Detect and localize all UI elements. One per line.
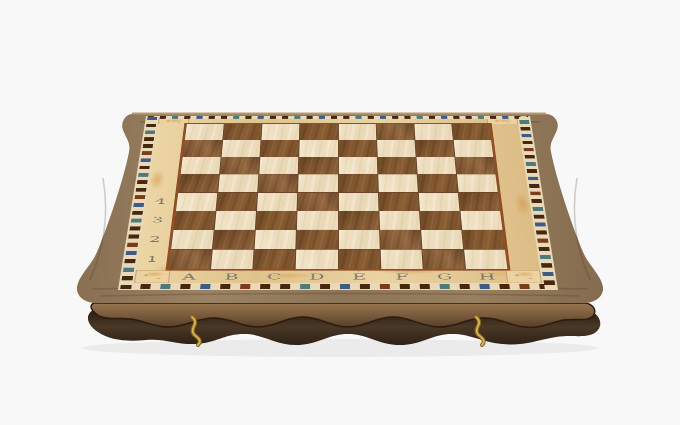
rank-label: 4 bbox=[145, 192, 176, 210]
square-a5 bbox=[178, 175, 219, 193]
burl-corner-bottom-right bbox=[506, 270, 542, 283]
rank-label bbox=[155, 124, 184, 140]
square-e8 bbox=[338, 124, 375, 140]
square-e4 bbox=[338, 193, 378, 211]
square-b6 bbox=[220, 157, 260, 174]
file-label: H bbox=[465, 271, 509, 283]
square-h6 bbox=[455, 157, 495, 174]
square-g1 bbox=[422, 250, 465, 270]
square-f7 bbox=[377, 140, 416, 157]
file-labels: A B C D E F G H bbox=[167, 271, 509, 283]
chess-board: A B C D E F G H 1 2 3 4 bbox=[118, 116, 558, 290]
square-e7 bbox=[338, 140, 376, 157]
square-b3 bbox=[215, 211, 256, 230]
square-b2 bbox=[213, 230, 255, 249]
square-d4 bbox=[298, 193, 338, 211]
rank-label: 2 bbox=[139, 230, 171, 250]
square-f1 bbox=[380, 250, 422, 270]
square-c7 bbox=[261, 140, 300, 157]
square-e3 bbox=[338, 211, 378, 230]
square-a7 bbox=[183, 140, 223, 157]
burl-corner-bottom-left bbox=[134, 270, 170, 283]
rank-label bbox=[148, 174, 178, 192]
mosaic-inlay-bottom bbox=[120, 284, 556, 289]
square-e2 bbox=[338, 230, 379, 249]
square-g4 bbox=[419, 193, 460, 211]
square-e5 bbox=[338, 175, 377, 193]
square-b7 bbox=[222, 140, 261, 157]
square-b4 bbox=[217, 193, 258, 211]
rank-label: 3 bbox=[142, 211, 173, 230]
square-d7 bbox=[300, 140, 338, 157]
rank-label: 1 bbox=[136, 249, 168, 269]
file-label: A bbox=[167, 271, 211, 283]
square-c5 bbox=[258, 175, 298, 193]
rank-label bbox=[150, 157, 180, 174]
square-d1 bbox=[296, 250, 337, 270]
square-h5 bbox=[457, 175, 498, 193]
square-f6 bbox=[377, 157, 416, 174]
square-a8 bbox=[185, 124, 224, 140]
square-h3 bbox=[460, 211, 502, 230]
file-label: D bbox=[295, 271, 338, 283]
square-e6 bbox=[338, 157, 377, 174]
board-perspective-scene: A B C D E F G H 1 2 3 4 bbox=[118, 0, 558, 290]
square-h1 bbox=[464, 250, 507, 270]
file-label: B bbox=[210, 271, 254, 283]
file-label: F bbox=[380, 271, 423, 283]
file-label: C bbox=[252, 271, 295, 283]
square-h2 bbox=[462, 230, 505, 249]
square-f4 bbox=[379, 193, 419, 211]
square-g3 bbox=[420, 211, 461, 230]
square-a3 bbox=[174, 211, 216, 230]
square-e1 bbox=[338, 250, 379, 270]
square-a4 bbox=[176, 193, 217, 211]
square-f2 bbox=[380, 230, 421, 249]
square-d3 bbox=[297, 211, 337, 230]
file-label: E bbox=[338, 271, 381, 283]
square-c6 bbox=[260, 157, 299, 174]
square-g7 bbox=[415, 140, 454, 157]
case-lid-edge bbox=[91, 303, 595, 327]
square-b5 bbox=[218, 175, 258, 193]
square-b1 bbox=[211, 250, 254, 270]
square-c3 bbox=[256, 211, 297, 230]
square-d5 bbox=[298, 175, 337, 193]
square-f5 bbox=[378, 175, 418, 193]
square-h7 bbox=[454, 140, 494, 157]
square-a2 bbox=[171, 230, 214, 249]
square-c1 bbox=[254, 250, 296, 270]
square-h8 bbox=[452, 124, 491, 140]
square-b8 bbox=[223, 124, 262, 140]
square-g6 bbox=[416, 157, 456, 174]
square-d8 bbox=[300, 124, 337, 140]
square-f8 bbox=[376, 124, 414, 140]
board-squares bbox=[169, 124, 508, 270]
square-g2 bbox=[421, 230, 463, 249]
product-photo-stage: A B C D E F G H 1 2 3 4 bbox=[0, 0, 680, 425]
square-f3 bbox=[379, 211, 420, 230]
square-a6 bbox=[181, 157, 221, 174]
square-a1 bbox=[169, 250, 212, 270]
square-c4 bbox=[257, 193, 297, 211]
file-label: G bbox=[423, 271, 467, 283]
square-h4 bbox=[459, 193, 500, 211]
square-g8 bbox=[414, 124, 453, 140]
square-c8 bbox=[262, 124, 300, 140]
square-d2 bbox=[297, 230, 338, 249]
square-g5 bbox=[417, 175, 457, 193]
square-d6 bbox=[299, 157, 338, 174]
rank-label bbox=[153, 140, 182, 157]
square-c2 bbox=[255, 230, 296, 249]
